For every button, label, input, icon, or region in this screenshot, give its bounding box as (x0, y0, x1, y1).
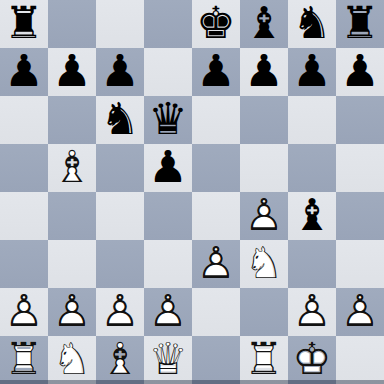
square-g4[interactable]: ♝ (288, 192, 336, 240)
black-pawn-icon: ♟ (96, 47, 144, 95)
square-d3[interactable] (144, 240, 192, 288)
square-g6[interactable] (288, 96, 336, 144)
black-king[interactable]: ♚ (192, 0, 240, 48)
square-a7[interactable]: ♟ (0, 48, 48, 96)
white-rook-outline-icon: ♖ (240, 335, 288, 383)
black-pawn[interactable]: ♟ (48, 48, 96, 96)
square-h1[interactable] (336, 336, 384, 384)
white-queen-outline-icon: ♕ (144, 335, 192, 383)
square-g2[interactable]: ♟♙ (288, 288, 336, 336)
square-a2[interactable]: ♟♙ (0, 288, 48, 336)
square-e4[interactable] (192, 192, 240, 240)
square-e3[interactable]: ♟♙ (192, 240, 240, 288)
black-pawn-icon: ♟ (48, 47, 96, 95)
white-pawn[interactable]: ♟♙ (192, 240, 240, 288)
board-grid: ♜♚♝♞♜♟♟♟♟♟♟♟♞♛♝♗♟♟♙♝♟♙♞♘♟♙♟♙♟♙♟♙♟♙♟♙♜♖♞♘… (0, 0, 384, 384)
square-g8[interactable]: ♞ (288, 0, 336, 48)
square-a5[interactable] (0, 144, 48, 192)
white-rook-icon: ♜ (0, 335, 48, 383)
square-d1[interactable]: ♛♕ (144, 336, 192, 384)
square-e6[interactable] (192, 96, 240, 144)
black-pawn[interactable]: ♟ (144, 144, 192, 192)
white-pawn[interactable]: ♟♙ (336, 288, 384, 336)
white-pawn[interactable]: ♟♙ (144, 288, 192, 336)
white-pawn-icon: ♟ (336, 287, 384, 335)
black-bishop-icon: ♝ (240, 0, 288, 47)
black-pawn[interactable]: ♟ (240, 48, 288, 96)
white-pawn-outline-icon: ♙ (96, 287, 144, 335)
white-queen[interactable]: ♛♕ (144, 336, 192, 384)
white-rook[interactable]: ♜♖ (240, 336, 288, 384)
black-bishop[interactable]: ♝ (288, 192, 336, 240)
black-king-icon: ♚ (192, 0, 240, 47)
white-pawn[interactable]: ♟♙ (0, 288, 48, 336)
black-pawn-icon: ♟ (144, 143, 192, 191)
white-bishop-outline-icon: ♗ (48, 143, 96, 191)
square-g5[interactable] (288, 144, 336, 192)
black-queen[interactable]: ♛ (144, 96, 192, 144)
black-pawn-icon: ♟ (240, 47, 288, 95)
black-rook[interactable]: ♜ (336, 0, 384, 48)
white-rook-icon: ♜ (240, 335, 288, 383)
white-rook[interactable]: ♜♖ (0, 336, 48, 384)
square-b7[interactable]: ♟ (48, 48, 96, 96)
square-g7[interactable]: ♟ (288, 48, 336, 96)
square-h5[interactable] (336, 144, 384, 192)
square-c8[interactable] (96, 0, 144, 48)
black-pawn-icon: ♟ (192, 47, 240, 95)
black-knight-icon: ♞ (288, 0, 336, 47)
square-h2[interactable]: ♟♙ (336, 288, 384, 336)
white-bishop-icon: ♝ (96, 335, 144, 383)
square-a8[interactable]: ♜ (0, 0, 48, 48)
square-e8[interactable]: ♚ (192, 0, 240, 48)
square-c2[interactable]: ♟♙ (96, 288, 144, 336)
white-knight-outline-icon: ♘ (240, 239, 288, 287)
black-pawn-icon: ♟ (288, 47, 336, 95)
square-a3[interactable] (0, 240, 48, 288)
white-pawn-outline-icon: ♙ (0, 287, 48, 335)
black-rook-icon: ♜ (336, 0, 384, 47)
square-c6[interactable]: ♞ (96, 96, 144, 144)
square-b6[interactable] (48, 96, 96, 144)
square-h7[interactable]: ♟ (336, 48, 384, 96)
square-d6[interactable]: ♛ (144, 96, 192, 144)
white-king[interactable]: ♚♔ (288, 336, 336, 384)
square-f7[interactable]: ♟ (240, 48, 288, 96)
white-pawn-icon: ♟ (0, 287, 48, 335)
white-pawn[interactable]: ♟♙ (240, 192, 288, 240)
square-c3[interactable] (96, 240, 144, 288)
white-knight[interactable]: ♞♘ (240, 240, 288, 288)
white-pawn-outline-icon: ♙ (336, 287, 384, 335)
square-c5[interactable] (96, 144, 144, 192)
black-rook-icon: ♜ (0, 0, 48, 47)
white-bishop-outline-icon: ♗ (96, 335, 144, 383)
square-h8[interactable]: ♜ (336, 0, 384, 48)
white-pawn-outline-icon: ♙ (144, 287, 192, 335)
square-c4[interactable] (96, 192, 144, 240)
square-f1[interactable]: ♜♖ (240, 336, 288, 384)
white-pawn-icon: ♟ (96, 287, 144, 335)
square-b8[interactable] (48, 0, 96, 48)
white-pawn-icon: ♟ (192, 239, 240, 287)
square-d5[interactable]: ♟ (144, 144, 192, 192)
black-pawn-icon: ♟ (336, 47, 384, 95)
white-pawn-outline-icon: ♙ (48, 287, 96, 335)
white-bishop-icon: ♝ (48, 143, 96, 191)
white-bishop[interactable]: ♝♗ (96, 336, 144, 384)
square-b5[interactable]: ♝♗ (48, 144, 96, 192)
white-knight[interactable]: ♞♘ (48, 336, 96, 384)
white-knight-icon: ♞ (48, 335, 96, 383)
square-h6[interactable] (336, 96, 384, 144)
white-queen-icon: ♛ (144, 335, 192, 383)
square-b2[interactable]: ♟♙ (48, 288, 96, 336)
square-c1[interactable]: ♝♗ (96, 336, 144, 384)
black-pawn[interactable]: ♟ (192, 48, 240, 96)
square-a6[interactable] (0, 96, 48, 144)
black-pawn[interactable]: ♟ (96, 48, 144, 96)
square-g3[interactable] (288, 240, 336, 288)
square-a1[interactable]: ♜♖ (0, 336, 48, 384)
chess-board: ♜♚♝♞♜♟♟♟♟♟♟♟♞♛♝♗♟♟♙♝♟♙♞♘♟♙♟♙♟♙♟♙♟♙♟♙♜♖♞♘… (0, 0, 384, 384)
square-b4[interactable] (48, 192, 96, 240)
square-e1[interactable] (192, 336, 240, 384)
square-h3[interactable] (336, 240, 384, 288)
black-pawn[interactable]: ♟ (0, 48, 48, 96)
black-pawn[interactable]: ♟ (336, 48, 384, 96)
black-bishop-icon: ♝ (288, 191, 336, 239)
black-knight-icon: ♞ (96, 95, 144, 143)
white-king-icon: ♚ (288, 335, 336, 383)
white-pawn-icon: ♟ (288, 287, 336, 335)
square-h4[interactable] (336, 192, 384, 240)
white-bishop[interactable]: ♝♗ (48, 144, 96, 192)
black-queen-icon: ♛ (144, 95, 192, 143)
square-a4[interactable] (0, 192, 48, 240)
square-e2[interactable] (192, 288, 240, 336)
white-rook-outline-icon: ♖ (0, 335, 48, 383)
square-f6[interactable] (240, 96, 288, 144)
white-pawn-icon: ♟ (240, 191, 288, 239)
square-g1[interactable]: ♚♔ (288, 336, 336, 384)
white-king-outline-icon: ♔ (288, 335, 336, 383)
square-d7[interactable] (144, 48, 192, 96)
square-f3[interactable]: ♞♘ (240, 240, 288, 288)
square-e5[interactable] (192, 144, 240, 192)
square-b3[interactable] (48, 240, 96, 288)
square-e7[interactable]: ♟ (192, 48, 240, 96)
white-pawn-icon: ♟ (144, 287, 192, 335)
white-pawn-icon: ♟ (48, 287, 96, 335)
black-pawn[interactable]: ♟ (288, 48, 336, 96)
white-pawn[interactable]: ♟♙ (48, 288, 96, 336)
black-bishop[interactable]: ♝ (240, 0, 288, 48)
square-f2[interactable] (240, 288, 288, 336)
square-d8[interactable] (144, 0, 192, 48)
square-b1[interactable]: ♞♘ (48, 336, 96, 384)
square-d4[interactable] (144, 192, 192, 240)
square-c7[interactable]: ♟ (96, 48, 144, 96)
white-knight-icon: ♞ (240, 239, 288, 287)
square-f4[interactable]: ♟♙ (240, 192, 288, 240)
black-pawn-icon: ♟ (0, 47, 48, 95)
white-pawn-outline-icon: ♙ (240, 191, 288, 239)
square-f8[interactable]: ♝ (240, 0, 288, 48)
black-rook[interactable]: ♜ (0, 0, 48, 48)
white-pawn-outline-icon: ♙ (192, 239, 240, 287)
black-knight[interactable]: ♞ (96, 96, 144, 144)
square-d2[interactable]: ♟♙ (144, 288, 192, 336)
white-pawn[interactable]: ♟♙ (96, 288, 144, 336)
black-knight[interactable]: ♞ (288, 0, 336, 48)
white-knight-outline-icon: ♘ (48, 335, 96, 383)
square-f5[interactable] (240, 144, 288, 192)
white-pawn-outline-icon: ♙ (288, 287, 336, 335)
white-pawn[interactable]: ♟♙ (288, 288, 336, 336)
